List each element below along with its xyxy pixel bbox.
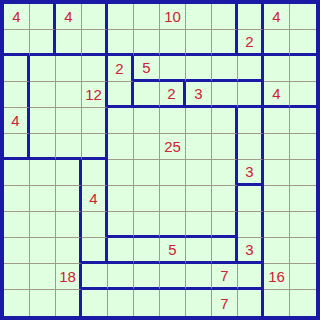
- cell-r5c6[interactable]: [134, 108, 160, 134]
- cell-r12c9[interactable]: 7: [212, 290, 238, 316]
- cell-r8c10[interactable]: [238, 186, 264, 212]
- cell-r11c7[interactable]: [160, 264, 186, 290]
- cell-r2c1[interactable]: [4, 30, 30, 56]
- cell-r3c5[interactable]: 2: [108, 56, 134, 82]
- cell-r7c7[interactable]: [160, 160, 186, 186]
- cell-r2c3[interactable]: [56, 30, 82, 56]
- cell-r10c1[interactable]: [4, 238, 30, 264]
- cell-r5c11[interactable]: [264, 108, 290, 134]
- cell-r4c5[interactable]: [108, 82, 134, 108]
- cell-r4c2[interactable]: [30, 82, 56, 108]
- cell-r1c7[interactable]: 10: [160, 4, 186, 30]
- cell-r8c1[interactable]: [4, 186, 30, 212]
- cell-r12c8[interactable]: [186, 290, 212, 316]
- cell-r3c2[interactable]: [30, 56, 56, 82]
- area-clue: 5: [142, 60, 150, 75]
- cell-r12c1[interactable]: [4, 290, 30, 316]
- cell-r1c1[interactable]: 4: [4, 4, 30, 30]
- cell-r8c8[interactable]: [186, 186, 212, 212]
- cell-r7c3[interactable]: [56, 160, 82, 186]
- cell-r9c4[interactable]: [82, 212, 108, 238]
- cell-r7c4[interactable]: [82, 160, 108, 186]
- cell-r11c8[interactable]: [186, 264, 212, 290]
- cell-r6c3[interactable]: [56, 134, 82, 160]
- area-clue: 10: [164, 9, 181, 24]
- area-clue: 12: [85, 87, 102, 102]
- cell-r12c5[interactable]: [108, 290, 134, 316]
- cell-r1c11[interactable]: 4: [264, 4, 290, 30]
- cell-r2c4[interactable]: [82, 30, 108, 56]
- cell-r9c6[interactable]: [134, 212, 160, 238]
- cell-r1c6[interactable]: [134, 4, 160, 30]
- cell-r9c5[interactable]: [108, 212, 134, 238]
- shikaku-board: 44104225122344253453187167: [0, 0, 320, 320]
- cell-r4c12[interactable]: [290, 82, 316, 108]
- area-clue: 16: [268, 269, 285, 284]
- cell-r6c5[interactable]: [108, 134, 134, 160]
- cell-r8c7[interactable]: [160, 186, 186, 212]
- cell-r11c9[interactable]: 7: [212, 264, 238, 290]
- cell-r1c12[interactable]: [290, 4, 316, 30]
- cell-r2c12[interactable]: [290, 30, 316, 56]
- area-clue: 7: [220, 268, 228, 283]
- cell-r8c4[interactable]: 4: [82, 186, 108, 212]
- cell-r10c6[interactable]: [134, 238, 160, 264]
- cell-r2c2[interactable]: [30, 30, 56, 56]
- cell-r8c11[interactable]: [264, 186, 290, 212]
- cell-r11c10[interactable]: [238, 264, 264, 290]
- cell-r12c2[interactable]: [30, 290, 56, 316]
- cell-r6c7[interactable]: 25: [160, 134, 186, 160]
- cell-r1c5[interactable]: [108, 4, 134, 30]
- cell-r11c1[interactable]: [4, 264, 30, 290]
- cell-r10c5[interactable]: [108, 238, 134, 264]
- cell-r4c11[interactable]: 4: [264, 82, 290, 108]
- cell-r4c10[interactable]: [238, 82, 264, 108]
- cell-r4c3[interactable]: [56, 82, 82, 108]
- cell-r3c11[interactable]: [264, 56, 290, 82]
- cell-r11c5[interactable]: [108, 264, 134, 290]
- cell-r3c7[interactable]: [160, 56, 186, 82]
- cell-r5c5[interactable]: [108, 108, 134, 134]
- cell-r1c8[interactable]: [186, 4, 212, 30]
- cell-r10c9[interactable]: [212, 238, 238, 264]
- cell-r3c10[interactable]: [238, 56, 264, 82]
- cell-r9c1[interactable]: [4, 212, 30, 238]
- cell-r11c12[interactable]: [290, 264, 316, 290]
- cell-r5c12[interactable]: [290, 108, 316, 134]
- cell-r6c11[interactable]: [264, 134, 290, 160]
- area-clue: 7: [220, 296, 228, 311]
- cell-r12c7[interactable]: [160, 290, 186, 316]
- cell-r12c4[interactable]: [82, 290, 108, 316]
- cell-r11c2[interactable]: [30, 264, 56, 290]
- cell-r5c1[interactable]: 4: [4, 108, 30, 134]
- area-clue: 4: [64, 9, 72, 24]
- area-clue: 4: [12, 9, 20, 24]
- cell-r10c4[interactable]: [82, 238, 108, 264]
- cell-r2c8[interactable]: [186, 30, 212, 56]
- cell-r2c5[interactable]: [108, 30, 134, 56]
- cell-r5c8[interactable]: [186, 108, 212, 134]
- cell-r6c12[interactable]: [290, 134, 316, 160]
- cell-r5c2[interactable]: [30, 108, 56, 134]
- cell-r10c12[interactable]: [290, 238, 316, 264]
- cell-r9c12[interactable]: [290, 212, 316, 238]
- cell-r9c7[interactable]: [160, 212, 186, 238]
- cell-r5c4[interactable]: [82, 108, 108, 134]
- cell-r2c7[interactable]: [160, 30, 186, 56]
- cell-r8c12[interactable]: [290, 186, 316, 212]
- cell-r8c5[interactable]: [108, 186, 134, 212]
- cell-r8c3[interactable]: [56, 186, 82, 212]
- area-clue: 4: [272, 9, 280, 24]
- area-clue: 4: [11, 113, 19, 128]
- area-clue: 3: [194, 86, 202, 101]
- cell-r12c6[interactable]: [134, 290, 160, 316]
- cell-r1c4[interactable]: [82, 4, 108, 30]
- cell-r5c3[interactable]: [56, 108, 82, 134]
- cell-r3c4[interactable]: [82, 56, 108, 82]
- cell-r7c11[interactable]: [264, 160, 290, 186]
- cell-r9c11[interactable]: [264, 212, 290, 238]
- cell-r3c1[interactable]: [4, 56, 30, 82]
- cell-r4c1[interactable]: [4, 82, 30, 108]
- shikaku-puzzle: 44104225122344253453187167: [0, 0, 320, 320]
- cell-r6c10[interactable]: [238, 134, 264, 160]
- cell-r11c6[interactable]: [134, 264, 160, 290]
- area-clue: 5: [168, 242, 176, 257]
- cell-r3c8[interactable]: [186, 56, 212, 82]
- cell-r5c9[interactable]: [212, 108, 238, 134]
- cell-r7c1[interactable]: [4, 160, 30, 186]
- cell-r5c7[interactable]: [160, 108, 186, 134]
- cell-r6c4[interactable]: [82, 134, 108, 160]
- cell-r7c12[interactable]: [290, 160, 316, 186]
- area-clue: 25: [164, 139, 181, 154]
- cell-r6c1[interactable]: [4, 134, 30, 160]
- cell-r10c3[interactable]: [56, 238, 82, 264]
- cell-r3c3[interactable]: [56, 56, 82, 82]
- cell-r9c8[interactable]: [186, 212, 212, 238]
- cell-r10c8[interactable]: [186, 238, 212, 264]
- cell-r3c9[interactable]: [212, 56, 238, 82]
- cell-r2c10[interactable]: 2: [238, 30, 264, 56]
- area-clue: 4: [89, 191, 97, 206]
- cell-r5c10[interactable]: [238, 108, 264, 134]
- cell-r4c4[interactable]: 12: [82, 82, 108, 108]
- cell-r8c6[interactable]: [134, 186, 160, 212]
- cell-r7c6[interactable]: [134, 160, 160, 186]
- cell-r4c9[interactable]: [212, 82, 238, 108]
- cell-r6c8[interactable]: [186, 134, 212, 160]
- cell-r1c9[interactable]: [212, 4, 238, 30]
- cell-r9c10[interactable]: [238, 212, 264, 238]
- cell-r11c3[interactable]: 18: [56, 264, 82, 290]
- area-clue: 18: [59, 269, 76, 284]
- cell-r4c8[interactable]: 3: [186, 82, 212, 108]
- area-clue: 3: [245, 242, 253, 257]
- cell-r8c2[interactable]: [30, 186, 56, 212]
- cell-r3c12[interactable]: [290, 56, 316, 82]
- cell-r7c5[interactable]: [108, 160, 134, 186]
- area-clue: 2: [115, 61, 123, 76]
- cell-r9c9[interactable]: [212, 212, 238, 238]
- cell-r3c6[interactable]: 5: [134, 56, 160, 82]
- cell-r12c10[interactable]: [238, 290, 264, 316]
- cell-r4c6[interactable]: [134, 82, 160, 108]
- cell-r6c6[interactable]: [134, 134, 160, 160]
- cell-r8c9[interactable]: [212, 186, 238, 212]
- cell-r2c11[interactable]: [264, 30, 290, 56]
- cell-r11c11[interactable]: 16: [264, 264, 290, 290]
- cell-r10c11[interactable]: [264, 238, 290, 264]
- cell-r4c7[interactable]: 2: [160, 82, 186, 108]
- cell-r10c2[interactable]: [30, 238, 56, 264]
- cell-r2c9[interactable]: [212, 30, 238, 56]
- cell-r12c11[interactable]: [264, 290, 290, 316]
- area-clue: 3: [245, 164, 253, 179]
- cell-r10c7[interactable]: 5: [160, 238, 186, 264]
- cell-r1c2[interactable]: [30, 4, 56, 30]
- cell-r6c2[interactable]: [30, 134, 56, 160]
- area-clue: 4: [272, 86, 280, 101]
- cell-r12c12[interactable]: [290, 290, 316, 316]
- area-clue: 2: [245, 34, 253, 49]
- cell-r9c3[interactable]: [56, 212, 82, 238]
- cell-r1c10[interactable]: [238, 4, 264, 30]
- cell-r9c2[interactable]: [30, 212, 56, 238]
- cell-r7c9[interactable]: [212, 160, 238, 186]
- cell-r7c8[interactable]: [186, 160, 212, 186]
- cell-r1c3[interactable]: 4: [56, 4, 82, 30]
- cell-r12c3[interactable]: [56, 290, 82, 316]
- cell-r11c4[interactable]: [82, 264, 108, 290]
- cell-r2c6[interactable]: [134, 30, 160, 56]
- cell-r6c9[interactable]: [212, 134, 238, 160]
- cell-r7c10[interactable]: 3: [238, 160, 264, 186]
- cell-r10c10[interactable]: 3: [238, 238, 264, 264]
- cell-r7c2[interactable]: [30, 160, 56, 186]
- area-clue: 2: [167, 86, 175, 101]
